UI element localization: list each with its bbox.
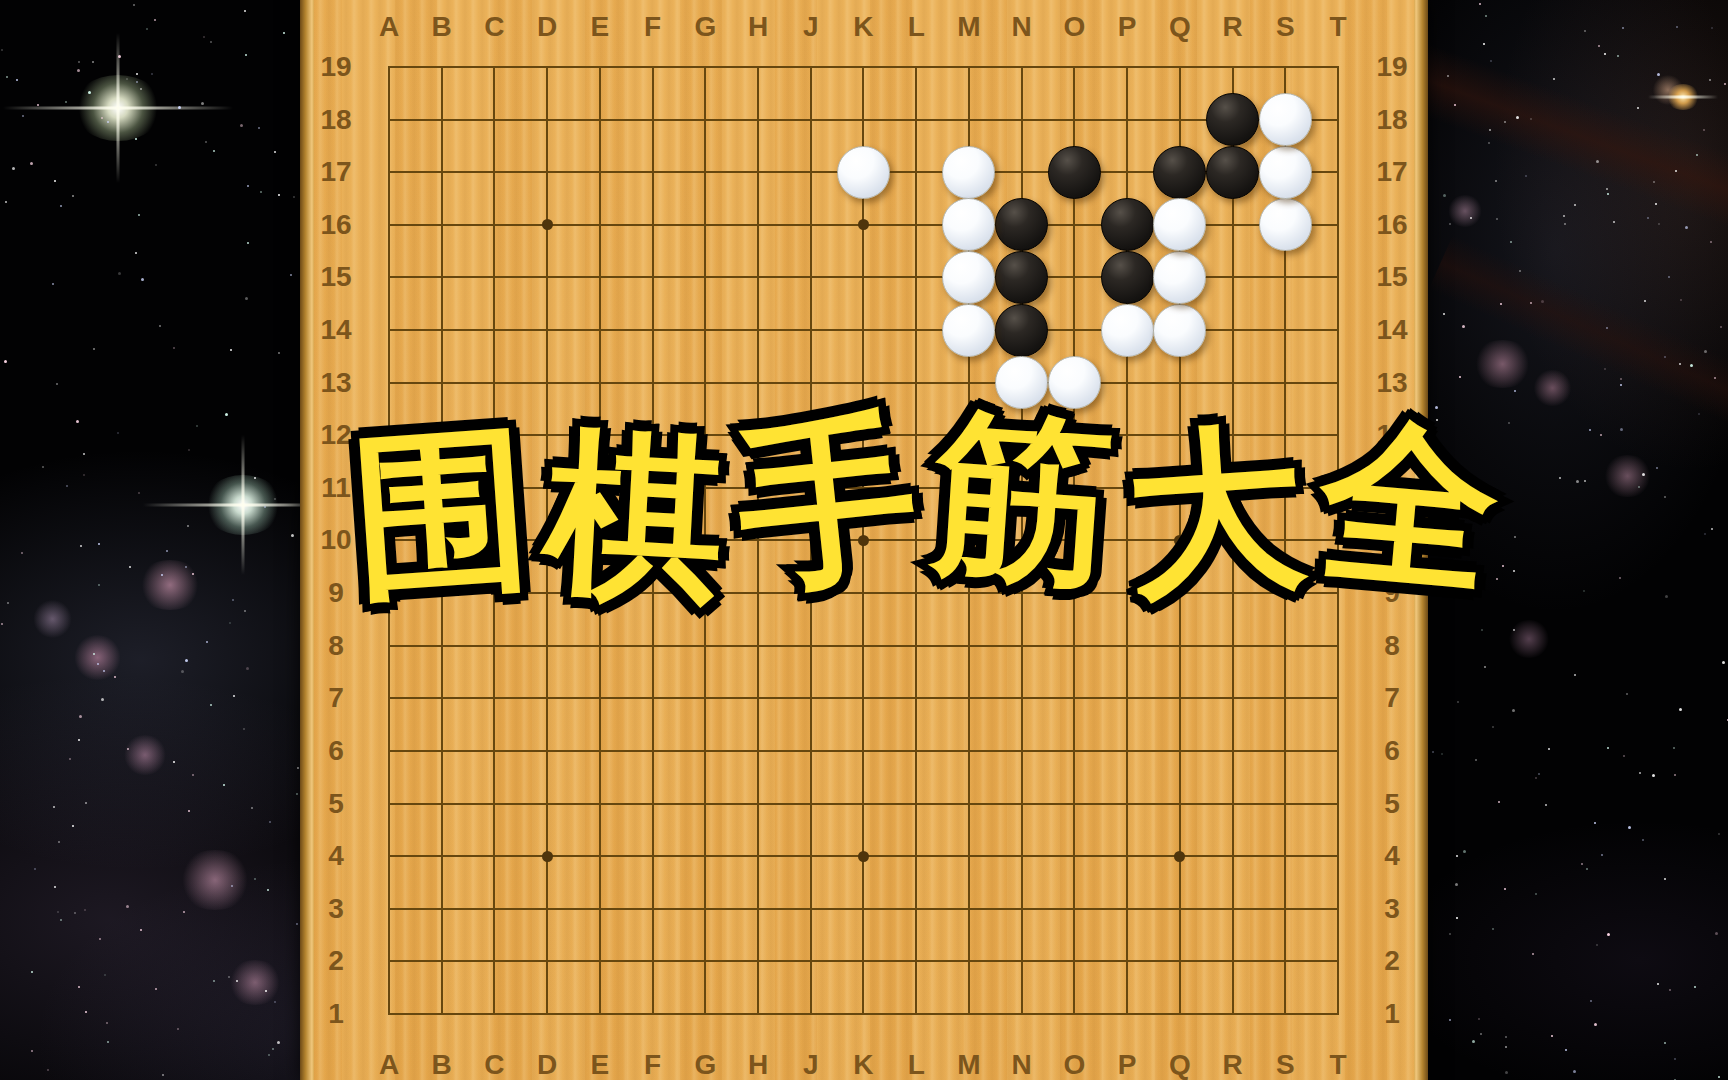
star-dot	[1441, 753, 1443, 755]
star-dot	[31, 971, 33, 973]
star-dot	[1620, 384, 1622, 386]
star-dot	[1443, 313, 1445, 315]
star-dot	[1586, 868, 1588, 870]
star-dot	[1674, 1058, 1676, 1060]
star-dot	[229, 622, 231, 624]
star-dot	[1495, 180, 1497, 182]
star-dot	[1462, 325, 1465, 328]
coord-left-15: 15	[320, 261, 351, 293]
star-dot	[1604, 53, 1606, 55]
star-dot	[1669, 989, 1671, 991]
star-dot	[140, 929, 142, 931]
star-dot	[210, 41, 212, 43]
nebula-knot	[1530, 370, 1575, 406]
coord-left-8: 8	[328, 630, 344, 662]
stone-white-M15	[942, 251, 995, 304]
star-dot	[140, 88, 142, 90]
star-dot	[58, 841, 60, 843]
star-dot	[1504, 888, 1506, 890]
star-dot	[1576, 480, 1579, 483]
star-dot	[1564, 223, 1566, 225]
star-dot	[1607, 933, 1610, 936]
star-dot	[1455, 883, 1458, 886]
coord-top-B: B	[432, 11, 452, 43]
star-dot	[213, 150, 215, 152]
star-dot	[1653, 181, 1655, 183]
star-dot	[159, 325, 161, 327]
star-dot	[1449, 223, 1451, 225]
star-dot	[1530, 302, 1532, 304]
star-dot	[1584, 480, 1586, 482]
title-char: 筋	[927, 404, 1117, 594]
star-dot	[6, 76, 8, 78]
star-dot	[135, 252, 137, 254]
star-dot	[274, 151, 276, 153]
star-dot	[53, 806, 55, 808]
star-dot	[1490, 60, 1492, 62]
coord-bottom-E: E	[591, 1049, 610, 1080]
star-dot	[1617, 55, 1619, 57]
nebula-knot	[1505, 620, 1553, 658]
star-dot	[1674, 774, 1676, 776]
star-dot	[244, 610, 246, 612]
nebula-knot	[30, 600, 75, 638]
star-dot	[118, 272, 121, 275]
coord-bottom-G: G	[694, 1049, 716, 1080]
star-dot	[1574, 674, 1576, 676]
star-dot	[1626, 693, 1628, 695]
star-dot	[260, 191, 262, 193]
star-dot	[1551, 1035, 1553, 1037]
star-dot	[1709, 79, 1711, 81]
star-dot	[1535, 777, 1537, 779]
coord-right-14: 14	[1376, 314, 1407, 346]
star-dot	[1718, 833, 1720, 835]
star-dot	[1596, 160, 1599, 163]
star-dot	[1655, 203, 1657, 205]
star-dot	[1622, 27, 1624, 29]
nebula-knot	[135, 560, 205, 610]
nebula-knot	[1600, 455, 1655, 497]
star-dot	[12, 167, 15, 170]
star-dot	[296, 923, 298, 925]
nebula-knot	[120, 735, 170, 775]
star-dot	[1498, 801, 1500, 803]
star-dot	[1696, 154, 1698, 156]
coord-left-7: 7	[328, 682, 344, 714]
coord-top-S: S	[1276, 11, 1295, 43]
star-dot	[1594, 822, 1596, 824]
star-dot	[1718, 1076, 1720, 1078]
coord-bottom-J: J	[803, 1049, 819, 1080]
star-dot	[188, 449, 190, 451]
star-dot	[1456, 855, 1458, 857]
star-dot	[187, 525, 189, 527]
coord-left-19: 19	[320, 51, 351, 83]
star-dot	[1711, 27, 1713, 29]
star-dot	[181, 670, 184, 673]
star-dot	[1472, 1040, 1475, 1043]
star-dot	[1714, 377, 1716, 379]
coord-bottom-R: R	[1222, 1049, 1242, 1080]
star-dot	[146, 28, 148, 30]
star-dot	[57, 911, 59, 913]
coord-bottom-B: B	[432, 1049, 452, 1080]
star-dot	[1720, 326, 1722, 328]
star-dot	[228, 976, 230, 978]
star-dot	[1492, 928, 1494, 930]
star-dot	[1459, 376, 1461, 378]
coord-right-7: 7	[1384, 682, 1400, 714]
star-dot	[244, 10, 246, 12]
stone-black-N14	[995, 304, 1048, 357]
star-dot	[74, 912, 76, 914]
star-dot	[1710, 241, 1712, 243]
star-dot	[297, 767, 299, 769]
star-dot	[1489, 129, 1491, 131]
star-dot	[92, 61, 94, 63]
star-dot	[1679, 708, 1682, 711]
star-dot	[138, 492, 140, 494]
star-dot	[1658, 223, 1660, 225]
star-dot	[1644, 300, 1646, 302]
star-dot	[183, 911, 185, 913]
stone-white-Q14	[1153, 304, 1206, 357]
coord-top-Q: Q	[1169, 11, 1191, 43]
star-dot	[76, 420, 79, 423]
coord-bottom-A: A	[379, 1049, 399, 1080]
star-dot	[173, 347, 175, 349]
coord-top-M: M	[957, 11, 980, 43]
coord-left-6: 6	[328, 735, 344, 767]
title-char: 手	[730, 405, 926, 601]
star-dot	[231, 885, 233, 887]
coord-left-1: 1	[328, 998, 344, 1030]
stone-black-R17	[1206, 146, 1259, 199]
star-dot	[247, 242, 249, 244]
star-dot	[1665, 595, 1668, 598]
star-dot	[4, 360, 7, 363]
coord-left-3: 3	[328, 893, 344, 925]
star-dot	[52, 283, 54, 285]
star-dot	[1673, 747, 1675, 749]
star-dot	[185, 566, 187, 568]
stone-black-P16	[1101, 198, 1154, 251]
star-dot	[173, 761, 175, 763]
stone-white-S18	[1259, 93, 1312, 146]
star-dot	[1581, 863, 1583, 865]
star-dot	[223, 784, 225, 786]
star-dot	[1481, 629, 1483, 631]
star-dot	[1703, 129, 1705, 131]
star-dot	[1545, 804, 1547, 806]
star-dot	[232, 599, 234, 601]
star-dot	[1532, 953, 1534, 955]
coord-bottom-S: S	[1276, 1049, 1295, 1080]
star-dot	[84, 909, 86, 911]
star-dot	[1504, 121, 1506, 123]
star-dot	[162, 1074, 164, 1076]
coord-top-H: H	[748, 11, 768, 43]
coord-right-16: 16	[1376, 209, 1407, 241]
star-point-K4	[858, 851, 869, 862]
stone-black-N15	[995, 251, 1048, 304]
star-dot	[1548, 748, 1550, 750]
star-dot	[1676, 26, 1678, 28]
star-dot	[1596, 944, 1598, 946]
stone-white-M17	[942, 146, 995, 199]
star-dot	[240, 124, 243, 127]
star-dot	[268, 1054, 270, 1056]
star-dot	[30, 162, 33, 165]
star-dot	[1704, 350, 1707, 353]
star-dot	[37, 104, 39, 106]
star-dot	[1502, 565, 1504, 567]
star-dot	[127, 748, 129, 750]
star-dot	[1606, 327, 1608, 329]
coord-left-9: 9	[328, 577, 344, 609]
star-dot	[1454, 104, 1456, 106]
star-dot	[1447, 75, 1449, 77]
star-dot	[1620, 428, 1623, 431]
star-dot	[21, 552, 23, 554]
coord-left-11: 11	[321, 472, 351, 504]
stone-black-R18	[1206, 93, 1259, 146]
star-dot	[42, 466, 44, 468]
star-dot	[272, 1048, 274, 1050]
star-dot	[78, 739, 80, 741]
star-dot	[254, 878, 256, 880]
star-dot	[269, 821, 271, 823]
star-dot	[1685, 226, 1688, 229]
star-dot	[34, 868, 36, 870]
coord-top-G: G	[694, 11, 716, 43]
coord-right-1: 1	[1384, 998, 1400, 1030]
star-dot	[205, 141, 207, 143]
star-dot	[265, 990, 267, 992]
star-dot	[1514, 390, 1516, 392]
star-dot	[230, 349, 232, 351]
coord-top-L: L	[908, 11, 925, 43]
star-dot	[1583, 590, 1585, 592]
nebula-knot	[1470, 340, 1535, 388]
star-dot	[1711, 528, 1713, 530]
star-dot	[77, 69, 80, 72]
coord-right-19: 19	[1376, 51, 1407, 83]
coord-bottom-C: C	[484, 1049, 504, 1080]
coord-left-16: 16	[320, 209, 351, 241]
star-dot	[1530, 118, 1532, 120]
star-dot	[1513, 570, 1515, 572]
star-dot	[1698, 413, 1700, 415]
star-dot	[5, 201, 7, 203]
star-dot	[1623, 755, 1625, 757]
star-dot	[254, 477, 256, 479]
star-dot	[114, 676, 116, 678]
coord-bottom-P: P	[1118, 1049, 1137, 1080]
star-dot	[258, 127, 260, 129]
coord-left-17: 17	[320, 156, 351, 188]
star-dot	[1512, 709, 1515, 712]
star-dot	[1483, 43, 1485, 45]
star-dot	[1463, 850, 1466, 853]
star-dot	[1479, 3, 1481, 5]
star-dot	[291, 534, 294, 537]
star-dot	[185, 659, 188, 662]
star-dot	[192, 573, 194, 575]
star-dot	[1, 49, 3, 51]
coord-bottom-L: L	[908, 1049, 925, 1080]
star-dot	[1620, 378, 1622, 380]
star-dot	[267, 889, 269, 891]
coord-top-R: R	[1222, 11, 1242, 43]
star-dot	[1541, 300, 1544, 303]
star-dot	[138, 214, 140, 216]
star-dot	[245, 297, 248, 300]
star-dot	[1565, 1049, 1567, 1051]
star-dot	[1485, 15, 1487, 17]
coord-bottom-F: F	[644, 1049, 661, 1080]
coord-top-N: N	[1012, 11, 1032, 43]
star-dot	[1538, 773, 1540, 775]
stone-white-M14	[942, 304, 995, 357]
star-dot	[103, 670, 105, 672]
coord-right-15: 15	[1376, 261, 1407, 293]
dust-lane	[1404, 43, 1728, 287]
coord-left-5: 5	[328, 788, 344, 820]
star-dot	[98, 584, 100, 586]
coord-left-14: 14	[320, 314, 351, 346]
star-dot	[1600, 434, 1602, 436]
coord-right-5: 5	[1384, 788, 1400, 820]
star-dot	[1584, 30, 1586, 32]
star-dot	[1514, 536, 1516, 538]
star-dot	[293, 196, 295, 198]
star-dot	[1637, 107, 1639, 109]
star-dot	[1516, 116, 1519, 119]
stone-white-Q15	[1153, 251, 1206, 304]
star-dot	[1664, 878, 1666, 880]
star-dot	[83, 474, 85, 476]
title-char: 棋	[541, 423, 728, 610]
star-dot	[126, 78, 128, 80]
star-dot	[117, 432, 119, 434]
star-dot	[66, 485, 68, 487]
star-dot	[1449, 933, 1451, 935]
star-dot	[85, 802, 87, 804]
star-dot	[54, 180, 56, 182]
star-dot	[247, 185, 249, 187]
star-dot	[246, 667, 249, 670]
star-dot	[1488, 142, 1490, 144]
scene: AABBCCDDEEFFGGHHJJKKLLMMNNOOPPQQRRSSTT19…	[0, 0, 1728, 1080]
star-dot	[1574, 204, 1576, 206]
star-dot	[188, 810, 190, 812]
coord-top-E: E	[591, 11, 610, 43]
nebula-knot	[70, 635, 125, 680]
star-dot	[1694, 986, 1696, 988]
nebula-knot	[225, 960, 285, 1005]
stone-black-P15	[1101, 251, 1154, 304]
star-dot	[1563, 215, 1565, 217]
star-dot	[1590, 1000, 1592, 1002]
star-dot	[1559, 477, 1561, 479]
star-dot	[1613, 221, 1615, 223]
star-dot	[129, 566, 131, 568]
star-dot	[1724, 83, 1726, 85]
coord-top-P: P	[1118, 11, 1137, 43]
board-left-edge	[300, 0, 314, 1080]
star-dot	[56, 383, 58, 385]
nebula-knot	[1445, 195, 1485, 227]
star-dot	[283, 32, 285, 34]
title-char: 围	[346, 418, 536, 608]
star-dot	[1456, 917, 1458, 919]
star-dot	[206, 641, 208, 643]
star-dot	[1508, 422, 1510, 424]
star-dot	[101, 698, 104, 701]
star-dot	[1606, 188, 1608, 190]
star-dot	[118, 55, 121, 58]
star-dot	[1443, 194, 1446, 197]
coord-right-4: 4	[1384, 840, 1400, 872]
star-dot	[1478, 1018, 1480, 1020]
star-dot	[1652, 774, 1655, 777]
coord-bottom-T: T	[1329, 1049, 1346, 1080]
nebula-knot	[175, 850, 255, 910]
star-dot	[1505, 1046, 1507, 1048]
star-dot	[72, 195, 74, 197]
star-dot	[93, 348, 95, 350]
star-dot	[1535, 893, 1537, 895]
star-dot	[196, 425, 198, 427]
star-dot	[1657, 73, 1660, 76]
star-dot	[60, 205, 62, 207]
star-dot	[155, 988, 157, 990]
star-dot	[243, 728, 245, 730]
star-dot	[1642, 839, 1644, 841]
stone-white-S17	[1259, 146, 1312, 199]
star-dot	[1513, 629, 1515, 631]
star-dot	[1607, 193, 1609, 195]
coord-top-J: J	[803, 11, 819, 43]
star-dot	[296, 793, 298, 795]
coord-left-18: 18	[320, 104, 351, 136]
star-dot	[1573, 1070, 1576, 1073]
coord-right-3: 3	[1384, 893, 1400, 925]
star-dot	[99, 938, 101, 940]
stone-white-K17	[837, 146, 890, 199]
coord-right-8: 8	[1384, 630, 1400, 662]
star-dot	[1457, 701, 1459, 703]
star-dot	[245, 54, 247, 56]
coord-top-K: K	[853, 11, 873, 43]
star-dot	[93, 653, 95, 655]
star-dot	[264, 506, 266, 508]
star-dot	[141, 278, 144, 281]
star-dot	[155, 164, 157, 166]
coord-right-18: 18	[1376, 104, 1407, 136]
star-dot	[1500, 303, 1502, 305]
star-dot	[1722, 661, 1725, 664]
star-dot	[1680, 299, 1682, 301]
star-point-D4	[542, 851, 553, 862]
star-dot	[1432, 751, 1434, 753]
star-dot	[1679, 363, 1681, 365]
star-dot	[1704, 533, 1706, 535]
star-dot	[278, 194, 280, 196]
star-dot	[1607, 747, 1609, 749]
